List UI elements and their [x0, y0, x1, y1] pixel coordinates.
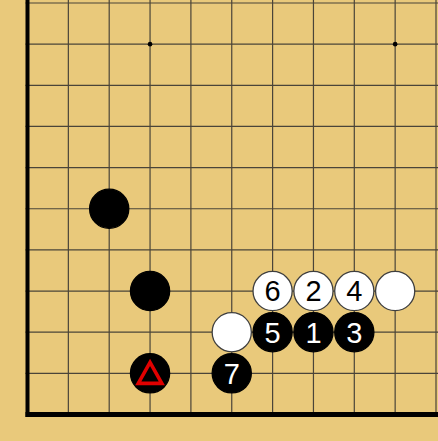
stone-white-j4[interactable]: 4: [335, 271, 374, 310]
stone-white-h4[interactable]: 2: [294, 271, 333, 310]
stone-black-f2[interactable]: 7: [212, 354, 251, 393]
stone-black-d4[interactable]: [130, 271, 169, 310]
move-number-label: 5: [265, 317, 281, 349]
move-number-label: 4: [346, 275, 362, 307]
black-stone-circle: [90, 189, 129, 228]
stone-black-c6[interactable]: [90, 189, 129, 228]
move-number-label: 1: [305, 317, 321, 349]
move-number-label: 3: [346, 317, 362, 349]
black-stone-circle: [130, 271, 169, 310]
stone-black-d2[interactable]: [130, 354, 169, 393]
star-point-d10: [148, 42, 153, 47]
stone-black-h3[interactable]: 1: [294, 313, 333, 352]
stone-white-f3[interactable]: [212, 313, 251, 352]
stone-black-g3[interactable]: 5: [253, 313, 292, 352]
white-stone-circle: [212, 313, 251, 352]
stone-white-k4[interactable]: [376, 271, 415, 310]
move-number-label: 6: [265, 275, 281, 307]
move-number-label: 2: [305, 275, 321, 307]
go-diagram: 7652143: [0, 0, 438, 441]
move-number-label: 7: [224, 358, 240, 390]
white-stone-circle: [376, 271, 415, 310]
stone-white-g4[interactable]: 6: [253, 271, 292, 310]
go-board[interactable]: 7652143: [0, 0, 438, 441]
stone-black-j3[interactable]: 3: [335, 313, 374, 352]
star-point-k10: [393, 42, 398, 47]
